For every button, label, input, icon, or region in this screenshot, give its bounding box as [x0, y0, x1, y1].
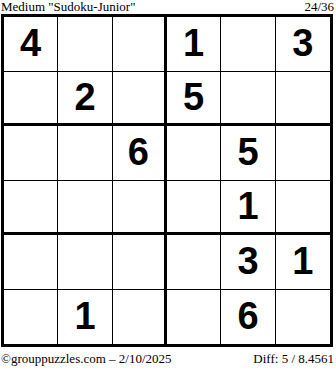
- cell-r6c4-empty[interactable]: [167, 290, 221, 345]
- cell-r4c2-empty[interactable]: [58, 181, 112, 236]
- cell-r6c1-empty[interactable]: [4, 290, 58, 345]
- cell-r1c5-empty[interactable]: [221, 17, 275, 72]
- cell-r5c2-empty[interactable]: [58, 235, 112, 290]
- cell-r3c5-given-5[interactable]: 5: [221, 126, 275, 181]
- cell-r5c3-empty[interactable]: [113, 235, 167, 290]
- cell-r3c2-empty[interactable]: [58, 126, 112, 181]
- cell-r5c6-given-1[interactable]: 1: [276, 235, 330, 290]
- cell-r2c4-given-5[interactable]: 5: [167, 72, 221, 127]
- cell-r6c2-given-1[interactable]: 1: [58, 290, 112, 345]
- cell-r5c5-given-3[interactable]: 3: [221, 235, 275, 290]
- cell-r2c3-empty[interactable]: [113, 72, 167, 127]
- cell-r2c5-empty[interactable]: [221, 72, 275, 127]
- cell-r6c3-empty[interactable]: [113, 290, 167, 345]
- cell-r4c6-empty[interactable]: [276, 181, 330, 236]
- cell-r2c2-given-2[interactable]: 2: [58, 72, 112, 127]
- cell-r3c6-empty[interactable]: [276, 126, 330, 181]
- cell-r4c4-empty[interactable]: [167, 181, 221, 236]
- cell-r1c2-empty[interactable]: [58, 17, 112, 72]
- cell-r4c1-empty[interactable]: [4, 181, 58, 236]
- difficulty-text: Diff: 5 / 8.4561: [253, 352, 334, 366]
- cell-r1c6-given-3[interactable]: 3: [276, 17, 330, 72]
- cell-r3c4-empty[interactable]: [167, 126, 221, 181]
- puzzle-title: Medium "Sudoku-Junior": [1, 0, 135, 14]
- cell-r3c1-empty[interactable]: [4, 126, 58, 181]
- sudoku-grid: 413256513116: [1, 14, 333, 347]
- cell-r2c1-empty[interactable]: [4, 72, 58, 127]
- puzzle-counter: 24/36: [304, 0, 334, 14]
- cell-r1c4-given-1[interactable]: 1: [167, 17, 221, 72]
- cell-r4c3-empty[interactable]: [113, 181, 167, 236]
- cell-r6c5-given-6[interactable]: 6: [221, 290, 275, 345]
- cell-r5c4-empty[interactable]: [167, 235, 221, 290]
- cell-r6c6-empty[interactable]: [276, 290, 330, 345]
- copyright-text: ©grouppuzzles.com – 2/10/2025: [1, 352, 172, 366]
- cell-r3c3-given-6[interactable]: 6: [113, 126, 167, 181]
- cell-r5c1-empty[interactable]: [4, 235, 58, 290]
- cell-r2c6-empty[interactable]: [276, 72, 330, 127]
- cell-r1c3-empty[interactable]: [113, 17, 167, 72]
- cell-r4c5-given-1[interactable]: 1: [221, 181, 275, 236]
- cell-r1c1-given-4[interactable]: 4: [4, 17, 58, 72]
